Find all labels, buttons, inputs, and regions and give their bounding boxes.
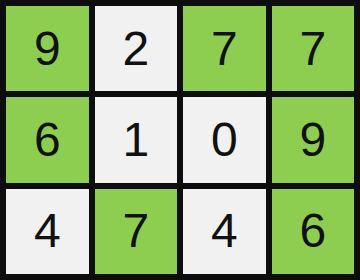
- grid-cell-r0c0[interactable]: 9: [6, 6, 89, 91]
- grid-cell-r0c2[interactable]: 7: [183, 6, 266, 91]
- grid-cell-r2c2[interactable]: 4: [183, 189, 266, 274]
- grid-cell-r0c1[interactable]: 2: [95, 6, 178, 91]
- grid-cell-r2c3[interactable]: 6: [272, 189, 355, 274]
- grid-cell-r0c3[interactable]: 7: [272, 6, 355, 91]
- grid-cell-r1c0[interactable]: 6: [6, 97, 89, 182]
- grid-cell-r2c1[interactable]: 7: [95, 189, 178, 274]
- number-grid-board: 927761094746: [0, 0, 360, 280]
- grid-cell-r1c2[interactable]: 0: [183, 97, 266, 182]
- grid-cell-r1c3[interactable]: 9: [272, 97, 355, 182]
- grid-cell-r2c0[interactable]: 4: [6, 189, 89, 274]
- grid-cell-r1c1[interactable]: 1: [95, 97, 178, 182]
